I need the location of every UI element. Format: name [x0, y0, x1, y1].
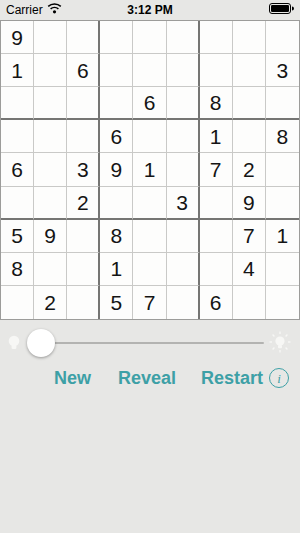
given-digit: 6 [77, 60, 89, 81]
cell-r1c5[interactable] [133, 21, 166, 54]
cell-r2c5[interactable] [133, 54, 166, 87]
given-digit: 6 [11, 159, 23, 180]
cell-r8c2[interactable] [34, 253, 67, 286]
cell-r2c3[interactable]: 6 [67, 54, 100, 87]
given-digit: 3 [277, 60, 289, 81]
given-digit: 1 [144, 159, 156, 180]
given-digit: 3 [176, 192, 188, 213]
cell-r4c7[interactable]: 1 [200, 120, 233, 153]
given-digit: 6 [111, 126, 123, 147]
cell-r6c6[interactable]: 3 [167, 187, 200, 220]
cell-r1c1[interactable]: 9 [1, 21, 34, 54]
cell-r9c7[interactable]: 6 [200, 286, 233, 319]
given-digit: 9 [11, 27, 23, 48]
given-digit: 2 [44, 292, 56, 313]
given-digit: 5 [11, 225, 23, 246]
given-digit: 1 [11, 60, 23, 81]
cell-r8c7[interactable] [200, 253, 233, 286]
cell-r1c7[interactable] [200, 21, 233, 54]
cell-r5c5[interactable]: 1 [133, 153, 166, 186]
given-digit: 8 [210, 92, 222, 113]
wifi-icon [47, 3, 62, 17]
cell-r6c9[interactable] [266, 187, 299, 220]
cell-r1c6[interactable] [167, 21, 200, 54]
info-button[interactable]: i [269, 368, 289, 388]
given-digit: 8 [277, 126, 289, 147]
battery-icon [269, 3, 294, 17]
given-digit: 4 [243, 258, 255, 279]
cell-r7c6[interactable] [167, 220, 200, 253]
cell-r8c3[interactable] [67, 253, 100, 286]
cell-r2c1[interactable]: 1 [1, 54, 34, 87]
cell-r3c2[interactable] [34, 87, 67, 120]
cell-r7c2[interactable]: 9 [34, 220, 67, 253]
cell-r5c1[interactable]: 6 [1, 153, 34, 186]
cell-r3c7[interactable]: 8 [200, 87, 233, 120]
cell-r3c1[interactable] [1, 87, 34, 120]
cell-r6c8[interactable]: 9 [233, 187, 266, 220]
given-digit: 1 [277, 225, 289, 246]
cell-r3c3[interactable] [67, 87, 100, 120]
cell-r3c4[interactable] [100, 87, 133, 120]
cell-r9c9[interactable] [266, 286, 299, 319]
hint-slider-thumb[interactable] [27, 329, 55, 357]
given-digit: 6 [144, 92, 156, 113]
cell-r5c9[interactable] [266, 153, 299, 186]
cell-r5c2[interactable] [34, 153, 67, 186]
cell-r4c1[interactable] [1, 120, 34, 153]
cell-r8c5[interactable] [133, 253, 166, 286]
cell-r6c7[interactable] [200, 187, 233, 220]
cell-r5c3[interactable]: 3 [67, 153, 100, 186]
cell-r4c4[interactable]: 6 [100, 120, 133, 153]
given-digit: 9 [111, 159, 123, 180]
cell-r9c5[interactable]: 7 [133, 286, 166, 319]
cell-r2c6[interactable] [167, 54, 200, 87]
reveal-button[interactable]: Reveal [112, 367, 182, 389]
cell-r4c3[interactable] [67, 120, 100, 153]
cell-r5c6[interactable] [167, 153, 200, 186]
given-digit: 2 [77, 192, 89, 213]
cell-r1c4[interactable] [100, 21, 133, 54]
cell-r3c9[interactable] [266, 87, 299, 120]
cell-r4c9[interactable]: 8 [266, 120, 299, 153]
cell-r2c9[interactable]: 3 [266, 54, 299, 87]
given-digit: 1 [210, 126, 222, 147]
cell-r4c2[interactable] [34, 120, 67, 153]
cell-r7c5[interactable] [133, 220, 166, 253]
cell-r9c6[interactable] [167, 286, 200, 319]
cell-r9c2[interactable]: 2 [34, 286, 67, 319]
cell-r9c1[interactable] [1, 286, 34, 319]
cell-r5c4[interactable]: 9 [100, 153, 133, 186]
cell-r8c9[interactable] [266, 253, 299, 286]
cell-r7c9[interactable]: 1 [266, 220, 299, 253]
bulb-bright-icon [269, 331, 291, 357]
given-digit: 5 [111, 292, 123, 313]
cell-r8c1[interactable]: 8 [1, 253, 34, 286]
given-digit: 7 [210, 159, 222, 180]
cell-r3c6[interactable] [167, 87, 200, 120]
carrier-label: Carrier [6, 3, 43, 17]
cell-r8c6[interactable] [167, 253, 200, 286]
given-digit: 3 [77, 159, 89, 180]
cell-r3c5[interactable]: 6 [133, 87, 166, 120]
cell-r6c3[interactable]: 2 [67, 187, 100, 220]
cell-r8c8[interactable]: 4 [233, 253, 266, 286]
given-digit: 9 [44, 225, 56, 246]
cell-r4c6[interactable] [167, 120, 200, 153]
given-digit: 8 [11, 258, 23, 279]
cell-r9c3[interactable] [67, 286, 100, 319]
cell-r1c9[interactable] [266, 21, 299, 54]
cell-r8c4[interactable]: 1 [100, 253, 133, 286]
cell-r6c4[interactable] [100, 187, 133, 220]
given-digit: 1 [111, 258, 123, 279]
cell-r2c4[interactable] [100, 54, 133, 87]
cell-r7c8[interactable]: 7 [233, 220, 266, 253]
cell-r1c2[interactable] [34, 21, 67, 54]
status-bar: Carrier 3:12 PM [0, 0, 300, 20]
cell-r9c4[interactable]: 5 [100, 286, 133, 319]
cell-r7c7[interactable] [200, 220, 233, 253]
cell-r2c7[interactable] [200, 54, 233, 87]
given-digit: 7 [243, 225, 255, 246]
sudoku-grid: 916368618639172239598718142576 [0, 20, 300, 320]
cell-r5c8[interactable]: 2 [233, 153, 266, 186]
cell-r6c2[interactable] [34, 187, 67, 220]
given-digit: 6 [210, 292, 222, 313]
given-digit: 2 [243, 159, 255, 180]
hint-slider-track[interactable] [30, 342, 264, 344]
cell-r1c8[interactable] [233, 21, 266, 54]
cell-r9c8[interactable] [233, 286, 266, 319]
cell-r7c1[interactable]: 5 [1, 220, 34, 253]
cell-r2c8[interactable] [233, 54, 266, 87]
cell-r2c2[interactable] [34, 54, 67, 87]
given-digit: 8 [111, 225, 123, 246]
cell-r6c1[interactable] [1, 187, 34, 220]
given-digit: 9 [243, 192, 255, 213]
restart-button[interactable]: Restart [197, 367, 267, 389]
bulb-dim-icon [7, 334, 21, 356]
phone-screen: Carrier 3:12 PM 916368618639172239598718… [0, 0, 300, 533]
cell-r6c5[interactable] [133, 187, 166, 220]
cell-r1c3[interactable] [67, 21, 100, 54]
new-button[interactable]: New [42, 367, 103, 389]
cell-r7c3[interactable] [67, 220, 100, 253]
cell-r4c8[interactable] [233, 120, 266, 153]
given-digit: 7 [144, 292, 156, 313]
cell-r7c4[interactable]: 8 [100, 220, 133, 253]
cell-r4c5[interactable] [133, 120, 166, 153]
cell-r3c8[interactable] [233, 87, 266, 120]
cell-r5c7[interactable]: 7 [200, 153, 233, 186]
